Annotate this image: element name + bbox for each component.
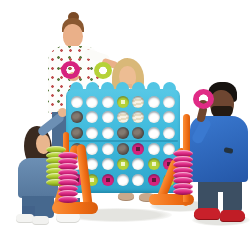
empty-hole	[132, 111, 144, 123]
man-bun-face	[63, 24, 83, 48]
board-cell-r2c1	[69, 110, 84, 126]
board-cell-r3c2	[84, 125, 99, 141]
empty-hole	[102, 143, 114, 155]
right-man-red-sneaker-2	[220, 210, 245, 221]
blonde-woman-sandal-left	[118, 192, 134, 200]
pink-stacked-ring	[58, 196, 78, 203]
left-woman-white-sneaker-2	[32, 216, 49, 224]
board-cell-r5c4	[115, 157, 130, 173]
board-cell-r5c5	[131, 157, 146, 173]
magenta-ring	[102, 174, 114, 186]
board-cell-r1c3	[100, 94, 115, 110]
board-cell-r3c6	[146, 125, 161, 141]
board-cell-r6c3	[100, 172, 115, 188]
board-cell-r4c3	[100, 141, 115, 157]
green-ring	[148, 158, 160, 170]
empty-hole	[117, 127, 129, 139]
board-cell-r4c5	[131, 141, 146, 157]
empty-hole	[148, 127, 160, 139]
empty-hole	[102, 158, 114, 170]
board-cell-r3c4	[115, 125, 130, 141]
held-green-ring	[94, 62, 112, 79]
empty-hole	[132, 127, 144, 139]
board-cell-r5c6	[146, 157, 161, 173]
board-cell-r3c3	[100, 125, 115, 141]
board-cell-r4c6	[146, 141, 161, 157]
board-cell-r1c2	[84, 94, 99, 110]
held-magenta-ring-top-left	[61, 61, 80, 79]
board-cell-r4c4	[115, 141, 130, 157]
empty-hole	[132, 174, 144, 186]
empty-hole	[148, 111, 160, 123]
empty-hole	[71, 127, 83, 139]
empty-hole	[117, 174, 129, 186]
board-cell-r3c7	[162, 125, 177, 141]
empty-hole	[132, 96, 144, 108]
left-a-frame-foot	[52, 202, 98, 214]
empty-hole	[102, 96, 114, 108]
empty-hole	[163, 96, 175, 108]
empty-hole	[163, 111, 175, 123]
magenta-ring	[148, 174, 160, 186]
green-ring	[117, 96, 129, 108]
board-cell-r2c3	[100, 110, 115, 126]
empty-hole	[148, 143, 160, 155]
board-cell-r2c4	[115, 110, 130, 126]
board-cell-r2c2	[84, 110, 99, 126]
green-ring	[117, 158, 129, 170]
photo-stage	[0, 0, 250, 250]
empty-hole	[102, 127, 114, 139]
board-cell-r4c2	[84, 141, 99, 157]
board-cell-r6c6	[146, 172, 161, 188]
empty-hole	[86, 111, 98, 123]
empty-hole	[71, 96, 83, 108]
pink-stacked-ring	[173, 188, 193, 195]
board-cell-r1c1	[69, 94, 84, 110]
board-cell-r1c6	[146, 94, 161, 110]
empty-hole	[86, 127, 98, 139]
held-magenta-ring-right	[193, 89, 214, 109]
board-cell-r2c5	[131, 110, 146, 126]
empty-hole	[132, 158, 144, 170]
right-man-red-sneaker-1	[194, 208, 220, 219]
left-pink-ring-stack	[58, 154, 78, 203]
empty-hole	[148, 96, 160, 108]
board-cell-r2c7	[162, 110, 177, 126]
empty-hole	[86, 143, 98, 155]
magenta-ring	[132, 143, 144, 155]
board-cell-r2c6	[146, 110, 161, 126]
empty-hole	[102, 111, 114, 123]
board-cell-r3c5	[131, 125, 146, 141]
empty-hole	[163, 127, 175, 139]
board-cell-r6c5	[131, 172, 146, 188]
empty-hole	[117, 143, 129, 155]
empty-hole	[86, 96, 98, 108]
empty-hole	[117, 111, 129, 123]
board-cell-r1c4	[115, 94, 130, 110]
board-cell-r3c1	[69, 125, 84, 141]
board-cell-r6c4	[115, 172, 130, 188]
empty-hole	[71, 111, 83, 123]
board-cell-r5c3	[100, 157, 115, 173]
board-cell-r1c5	[131, 94, 146, 110]
right-pink-ring-stack	[173, 152, 193, 195]
board-cell-r1c7	[162, 94, 177, 110]
